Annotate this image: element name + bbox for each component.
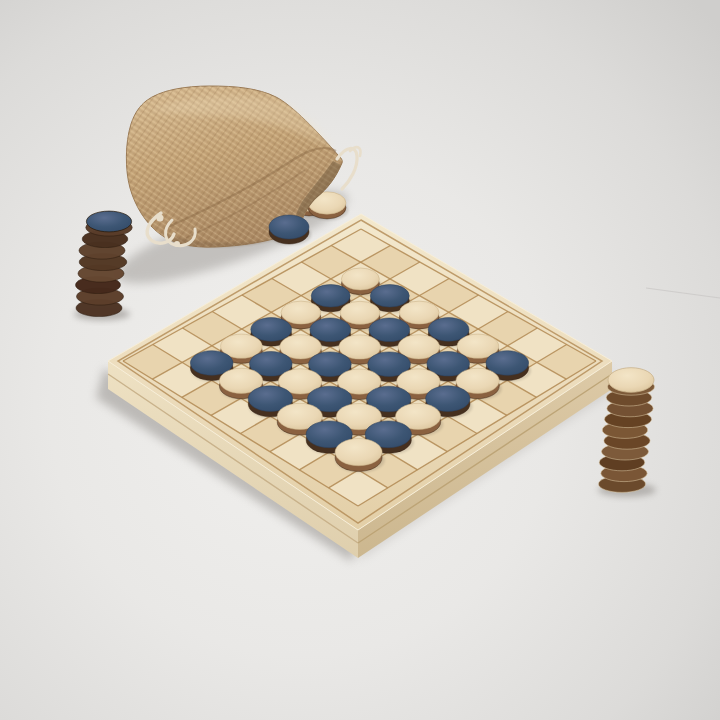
scene-svg bbox=[0, 0, 720, 720]
disc-top bbox=[369, 318, 410, 342]
disc-top bbox=[310, 318, 351, 342]
disc-top bbox=[341, 268, 379, 290]
disc-top bbox=[335, 439, 382, 466]
scene bbox=[0, 0, 720, 720]
disc-top bbox=[251, 318, 292, 342]
disc-top bbox=[269, 215, 309, 239]
disc-top bbox=[311, 285, 350, 308]
left-stack-top-blue-disc bbox=[86, 211, 131, 232]
disc-top bbox=[281, 301, 321, 324]
drawstring-knot bbox=[157, 215, 164, 222]
disc-top bbox=[340, 301, 380, 324]
disc-r7c7-wood[interactable] bbox=[335, 439, 385, 473]
disc-top bbox=[399, 301, 439, 324]
scene-svg-holder bbox=[0, 0, 720, 720]
right-stack-top-wood-disc bbox=[608, 368, 654, 393]
disc-top bbox=[370, 285, 409, 308]
drawstring-knot-2 bbox=[174, 241, 180, 247]
